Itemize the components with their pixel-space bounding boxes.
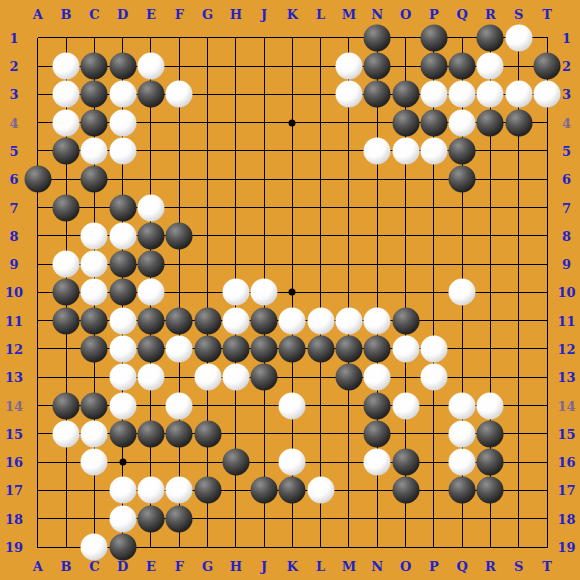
row-label-right-17: 17 [557, 483, 575, 498]
grid-line-vertical-T [547, 38, 548, 548]
white-stone-D12 [109, 335, 136, 362]
white-stone-D8 [109, 222, 136, 249]
white-stone-S1 [505, 24, 532, 51]
black-stone-E11 [137, 307, 164, 334]
black-stone-B5 [53, 137, 80, 164]
column-label-bottom-K: K [287, 558, 298, 573]
column-label-top-L: L [316, 7, 325, 22]
black-stone-N12 [364, 335, 391, 362]
column-label-bottom-J: J [261, 558, 267, 573]
row-label-right-1: 1 [562, 30, 571, 45]
column-label-bottom-T: T [542, 558, 552, 573]
white-stone-C8 [81, 222, 108, 249]
black-stone-D15 [109, 420, 136, 447]
white-stone-H10 [222, 279, 249, 306]
row-label-left-13: 13 [5, 370, 23, 385]
black-stone-M13 [335, 364, 362, 391]
column-label-top-R: R [485, 7, 496, 22]
black-stone-F8 [166, 222, 193, 249]
column-label-top-F: F [175, 7, 184, 22]
white-stone-Q10 [449, 279, 476, 306]
column-label-top-J: J [261, 7, 267, 22]
black-stone-R4 [477, 109, 504, 136]
row-label-left-5: 5 [9, 143, 18, 158]
column-label-bottom-F: F [175, 558, 184, 573]
column-label-top-B: B [61, 7, 72, 22]
black-stone-Q6 [449, 166, 476, 193]
white-stone-C16 [81, 449, 108, 476]
white-stone-C5 [81, 137, 108, 164]
column-label-bottom-C: C [89, 558, 99, 573]
black-stone-B14 [53, 392, 80, 419]
white-stone-L17 [307, 477, 334, 504]
black-stone-R16 [477, 449, 504, 476]
white-stone-P5 [420, 137, 447, 164]
white-stone-B9 [53, 251, 80, 278]
row-label-right-7: 7 [562, 200, 571, 215]
row-label-left-18: 18 [5, 511, 23, 526]
black-stone-S4 [505, 109, 532, 136]
column-label-top-M: M [342, 7, 356, 22]
white-stone-E13 [137, 364, 164, 391]
black-stone-A6 [24, 166, 51, 193]
white-stone-M11 [335, 307, 362, 334]
row-label-right-13: 13 [557, 370, 575, 385]
white-stone-S3 [505, 81, 532, 108]
white-stone-N16 [364, 449, 391, 476]
black-stone-E15 [137, 420, 164, 447]
black-stone-J13 [251, 364, 278, 391]
white-stone-D13 [109, 364, 136, 391]
black-stone-O3 [392, 81, 419, 108]
white-stone-K11 [279, 307, 306, 334]
white-stone-E10 [137, 279, 164, 306]
black-stone-P4 [420, 109, 447, 136]
white-stone-P3 [420, 81, 447, 108]
white-stone-O14 [392, 392, 419, 419]
black-stone-E3 [137, 81, 164, 108]
row-label-left-1: 1 [9, 30, 18, 45]
white-stone-C15 [81, 420, 108, 447]
column-label-top-N: N [371, 7, 383, 22]
black-stone-M12 [335, 335, 362, 362]
column-label-bottom-N: N [371, 558, 383, 573]
black-stone-G15 [194, 420, 221, 447]
white-stone-E2 [137, 53, 164, 80]
column-label-top-D: D [117, 7, 128, 22]
column-label-bottom-E: E [146, 558, 156, 573]
black-stone-C2 [81, 53, 108, 80]
column-label-top-G: G [202, 7, 213, 22]
column-label-bottom-G: G [202, 558, 213, 573]
row-label-right-19: 19 [557, 540, 575, 555]
white-stone-F12 [166, 335, 193, 362]
row-label-right-8: 8 [562, 228, 571, 243]
row-label-left-10: 10 [5, 285, 23, 300]
white-stone-D17 [109, 477, 136, 504]
white-stone-G13 [194, 364, 221, 391]
row-label-right-9: 9 [562, 257, 571, 272]
column-label-bottom-A: A [33, 558, 43, 573]
white-stone-D18 [109, 505, 136, 532]
grid-line-vertical-A [37, 38, 38, 548]
white-stone-R14 [477, 392, 504, 419]
white-stone-E17 [137, 477, 164, 504]
black-stone-O16 [392, 449, 419, 476]
white-stone-P12 [420, 335, 447, 362]
column-label-bottom-H: H [230, 558, 242, 573]
black-stone-D7 [109, 194, 136, 221]
row-label-right-16: 16 [557, 455, 575, 470]
black-stone-R15 [477, 420, 504, 447]
black-stone-D19 [109, 534, 136, 561]
star-point-K4 [289, 119, 296, 126]
column-label-bottom-P: P [429, 558, 439, 573]
white-stone-K16 [279, 449, 306, 476]
row-label-right-4: 4 [562, 115, 571, 130]
black-stone-T2 [534, 53, 561, 80]
black-stone-G17 [194, 477, 221, 504]
row-label-left-4: 4 [9, 115, 18, 130]
black-stone-E9 [137, 251, 164, 278]
white-stone-T3 [534, 81, 561, 108]
black-stone-R1 [477, 24, 504, 51]
black-stone-G11 [194, 307, 221, 334]
white-stone-Q4 [449, 109, 476, 136]
black-stone-O17 [392, 477, 419, 504]
black-stone-P1 [420, 24, 447, 51]
black-stone-C12 [81, 335, 108, 362]
row-label-left-14: 14 [5, 398, 23, 413]
white-stone-L11 [307, 307, 334, 334]
white-stone-Q3 [449, 81, 476, 108]
grid-line-vertical-L [320, 38, 321, 548]
black-stone-Q2 [449, 53, 476, 80]
black-stone-P2 [420, 53, 447, 80]
white-stone-D11 [109, 307, 136, 334]
black-stone-E18 [137, 505, 164, 532]
column-label-top-O: O [400, 7, 411, 22]
row-label-right-15: 15 [557, 426, 575, 441]
row-label-right-3: 3 [562, 87, 571, 102]
white-stone-D3 [109, 81, 136, 108]
row-label-left-6: 6 [9, 172, 18, 187]
row-label-left-11: 11 [5, 313, 23, 328]
row-label-left-16: 16 [5, 455, 23, 470]
star-point-D16 [119, 459, 126, 466]
black-stone-D2 [109, 53, 136, 80]
black-stone-B11 [53, 307, 80, 334]
row-label-right-2: 2 [562, 59, 571, 74]
black-stone-L12 [307, 335, 334, 362]
black-stone-B7 [53, 194, 80, 221]
black-stone-N3 [364, 81, 391, 108]
white-stone-B3 [53, 81, 80, 108]
white-stone-Q15 [449, 420, 476, 447]
grid-line-vertical-G [207, 38, 208, 548]
row-label-left-19: 19 [5, 540, 23, 555]
white-stone-C10 [81, 279, 108, 306]
black-stone-C14 [81, 392, 108, 419]
row-label-left-7: 7 [9, 200, 18, 215]
black-stone-F15 [166, 420, 193, 447]
black-stone-C3 [81, 81, 108, 108]
row-label-left-2: 2 [9, 59, 18, 74]
grid-line-vertical-M [348, 38, 349, 548]
black-stone-E8 [137, 222, 164, 249]
white-stone-O5 [392, 137, 419, 164]
grid-line-vertical-F [179, 38, 180, 548]
column-label-bottom-R: R [485, 558, 496, 573]
column-label-top-P: P [429, 7, 439, 22]
black-stone-C6 [81, 166, 108, 193]
white-stone-H13 [222, 364, 249, 391]
grid-line-horizontal-1 [38, 37, 548, 38]
row-label-right-18: 18 [557, 511, 575, 526]
column-label-top-S: S [514, 7, 523, 22]
black-stone-J17 [251, 477, 278, 504]
white-stone-B2 [53, 53, 80, 80]
white-stone-E7 [137, 194, 164, 221]
go-board[interactable]: AA11BB22CC33DD44EE55FF66GG77HH88JJ99KK10… [0, 0, 580, 580]
column-label-bottom-S: S [514, 558, 523, 573]
white-stone-H11 [222, 307, 249, 334]
row-label-left-15: 15 [5, 426, 23, 441]
white-stone-R2 [477, 53, 504, 80]
white-stone-Q16 [449, 449, 476, 476]
white-stone-R3 [477, 81, 504, 108]
column-label-top-C: C [89, 7, 99, 22]
white-stone-J10 [251, 279, 278, 306]
column-label-top-H: H [230, 7, 242, 22]
white-stone-C19 [81, 534, 108, 561]
black-stone-O11 [392, 307, 419, 334]
column-label-bottom-L: L [316, 558, 325, 573]
white-stone-D14 [109, 392, 136, 419]
black-stone-Q17 [449, 477, 476, 504]
row-label-left-3: 3 [9, 87, 18, 102]
black-stone-K12 [279, 335, 306, 362]
white-stone-N13 [364, 364, 391, 391]
row-label-right-14: 14 [557, 398, 575, 413]
white-stone-C9 [81, 251, 108, 278]
white-stone-M2 [335, 53, 362, 80]
white-stone-B15 [53, 420, 80, 447]
black-stone-N15 [364, 420, 391, 447]
column-label-top-E: E [146, 7, 156, 22]
white-stone-P13 [420, 364, 447, 391]
column-label-bottom-B: B [61, 558, 72, 573]
black-stone-J12 [251, 335, 278, 362]
column-label-bottom-Q: Q [456, 558, 467, 573]
black-stone-F11 [166, 307, 193, 334]
white-stone-F17 [166, 477, 193, 504]
black-stone-E12 [137, 335, 164, 362]
white-stone-M3 [335, 81, 362, 108]
black-stone-H12 [222, 335, 249, 362]
column-label-top-T: T [542, 7, 552, 22]
column-label-top-K: K [287, 7, 298, 22]
black-stone-D9 [109, 251, 136, 278]
white-stone-O12 [392, 335, 419, 362]
white-stone-F3 [166, 81, 193, 108]
black-stone-D10 [109, 279, 136, 306]
white-stone-B4 [53, 109, 80, 136]
row-label-right-10: 10 [557, 285, 575, 300]
white-stone-K14 [279, 392, 306, 419]
white-stone-Q14 [449, 392, 476, 419]
black-stone-R17 [477, 477, 504, 504]
star-point-K10 [289, 289, 296, 296]
row-label-right-6: 6 [562, 172, 571, 187]
row-label-right-5: 5 [562, 143, 571, 158]
row-label-left-9: 9 [9, 257, 18, 272]
black-stone-H16 [222, 449, 249, 476]
black-stone-F18 [166, 505, 193, 532]
row-label-left-8: 8 [9, 228, 18, 243]
black-stone-J11 [251, 307, 278, 334]
row-label-right-12: 12 [557, 341, 575, 356]
column-label-bottom-D: D [117, 558, 128, 573]
white-stone-N11 [364, 307, 391, 334]
black-stone-N14 [364, 392, 391, 419]
column-label-top-Q: Q [456, 7, 467, 22]
column-label-bottom-M: M [342, 558, 356, 573]
black-stone-N2 [364, 53, 391, 80]
white-stone-D5 [109, 137, 136, 164]
black-stone-Q5 [449, 137, 476, 164]
black-stone-C11 [81, 307, 108, 334]
black-stone-C4 [81, 109, 108, 136]
column-label-top-A: A [33, 7, 43, 22]
white-stone-D4 [109, 109, 136, 136]
column-label-bottom-O: O [400, 558, 411, 573]
row-label-right-11: 11 [557, 313, 575, 328]
white-stone-F14 [166, 392, 193, 419]
black-stone-N1 [364, 24, 391, 51]
row-label-left-12: 12 [5, 341, 23, 356]
black-stone-B10 [53, 279, 80, 306]
black-stone-K17 [279, 477, 306, 504]
white-stone-N5 [364, 137, 391, 164]
row-label-left-17: 17 [5, 483, 23, 498]
black-stone-G12 [194, 335, 221, 362]
black-stone-O4 [392, 109, 419, 136]
